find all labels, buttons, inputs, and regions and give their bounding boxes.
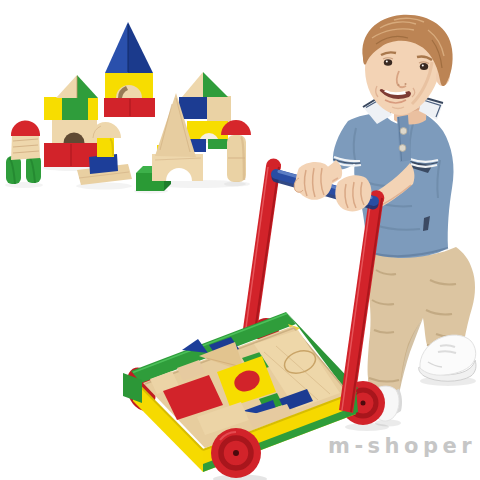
product-photo: m-shoper bbox=[0, 0, 480, 480]
watermark-text: m-shoper bbox=[328, 436, 476, 457]
handle-post-left bbox=[242, 159, 281, 340]
block-figure bbox=[6, 120, 41, 184]
toddler-boy bbox=[300, 15, 476, 427]
product-illustration bbox=[0, 0, 480, 480]
building-blocks-set bbox=[5, 22, 251, 194]
block-tower-left bbox=[44, 75, 98, 167]
block-house-right bbox=[152, 72, 251, 187]
boy-head bbox=[362, 15, 452, 115]
right-hand bbox=[294, 162, 332, 200]
block-tower-steeple bbox=[104, 22, 155, 117]
